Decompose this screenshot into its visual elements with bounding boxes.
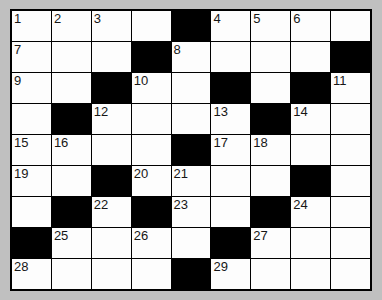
- clue-number-15: 15: [14, 135, 28, 150]
- white-cell-r1c1[interactable]: 1: [12, 11, 51, 41]
- clue-number-29: 29: [213, 259, 227, 274]
- white-cell-r6c9[interactable]: [331, 166, 370, 196]
- clue-number-18: 18: [253, 135, 267, 150]
- black-cell-r6c8: [291, 166, 330, 196]
- white-cell-r3c2[interactable]: [52, 73, 91, 103]
- clue-number-27: 27: [253, 228, 267, 243]
- clue-number-10: 10: [134, 73, 148, 88]
- white-cell-r8c7[interactable]: 27: [251, 228, 290, 258]
- white-cell-r4c6[interactable]: 13: [211, 104, 250, 134]
- white-cell-r5c2[interactable]: 16: [52, 135, 91, 165]
- white-cell-r2c3[interactable]: [92, 42, 131, 72]
- white-cell-r5c9[interactable]: [331, 135, 370, 165]
- clue-number-9: 9: [14, 73, 21, 88]
- clue-number-16: 16: [54, 135, 68, 150]
- white-cell-r6c6[interactable]: [211, 166, 250, 196]
- white-cell-r5c7[interactable]: 18: [251, 135, 290, 165]
- white-cell-r4c4[interactable]: [132, 104, 171, 134]
- clue-number-23: 23: [174, 197, 188, 212]
- black-cell-r8c6: [211, 228, 250, 258]
- white-cell-r1c7[interactable]: 5: [251, 11, 290, 41]
- white-cell-r9c4[interactable]: [132, 259, 171, 289]
- white-cell-r1c8[interactable]: 6: [291, 11, 330, 41]
- black-cell-r7c7: [251, 197, 290, 227]
- clue-number-4: 4: [213, 11, 220, 26]
- white-cell-r8c5[interactable]: [172, 228, 211, 258]
- clue-number-14: 14: [293, 104, 307, 119]
- white-cell-r5c8[interactable]: [291, 135, 330, 165]
- white-cell-r2c2[interactable]: [52, 42, 91, 72]
- black-cell-r9c5: [172, 259, 211, 289]
- white-cell-r6c1[interactable]: 19: [12, 166, 51, 196]
- white-cell-r4c9[interactable]: [331, 104, 370, 134]
- white-cell-r2c7[interactable]: [251, 42, 290, 72]
- black-cell-r3c3: [92, 73, 131, 103]
- white-cell-r1c6[interactable]: 4: [211, 11, 250, 41]
- clue-number-6: 6: [293, 11, 300, 26]
- white-cell-r2c1[interactable]: 7: [12, 42, 51, 72]
- white-cell-r8c2[interactable]: 25: [52, 228, 91, 258]
- white-cell-r4c1[interactable]: [12, 104, 51, 134]
- clue-number-20: 20: [134, 166, 148, 181]
- white-cell-r8c9[interactable]: [331, 228, 370, 258]
- clue-number-19: 19: [14, 166, 28, 181]
- clue-number-12: 12: [94, 104, 108, 119]
- clue-number-25: 25: [54, 228, 68, 243]
- black-cell-r8c1: [12, 228, 51, 258]
- crossword-grid: 1234567891011121314151617181920212223242…: [10, 9, 372, 291]
- white-cell-r9c1[interactable]: 28: [12, 259, 51, 289]
- black-cell-r3c6: [211, 73, 250, 103]
- white-cell-r3c9[interactable]: 11: [331, 73, 370, 103]
- white-cell-r9c6[interactable]: 29: [211, 259, 250, 289]
- black-cell-r4c7: [251, 104, 290, 134]
- clue-number-21: 21: [174, 166, 188, 181]
- white-cell-r4c3[interactable]: 12: [92, 104, 131, 134]
- white-cell-r9c3[interactable]: [92, 259, 131, 289]
- black-cell-r4c2: [52, 104, 91, 134]
- black-cell-r2c4: [132, 42, 171, 72]
- clue-number-26: 26: [134, 228, 148, 243]
- white-cell-r9c2[interactable]: [52, 259, 91, 289]
- clue-number-17: 17: [213, 135, 227, 150]
- white-cell-r1c2[interactable]: 2: [52, 11, 91, 41]
- clue-number-28: 28: [14, 259, 28, 274]
- clue-number-3: 3: [94, 11, 101, 26]
- white-cell-r2c6[interactable]: [211, 42, 250, 72]
- white-cell-r7c1[interactable]: [12, 197, 51, 227]
- black-cell-r3c8: [291, 73, 330, 103]
- white-cell-r1c9[interactable]: [331, 11, 370, 41]
- white-cell-r7c9[interactable]: [331, 197, 370, 227]
- white-cell-r3c5[interactable]: [172, 73, 211, 103]
- clue-number-2: 2: [54, 11, 61, 26]
- black-cell-r2c9: [331, 42, 370, 72]
- white-cell-r5c6[interactable]: 17: [211, 135, 250, 165]
- white-cell-r7c8[interactable]: 24: [291, 197, 330, 227]
- white-cell-r2c5[interactable]: 8: [172, 42, 211, 72]
- black-cell-r1c5: [172, 11, 211, 41]
- white-cell-r4c5[interactable]: [172, 104, 211, 134]
- white-cell-r9c8[interactable]: [291, 259, 330, 289]
- white-cell-r1c4[interactable]: [132, 11, 171, 41]
- white-cell-r5c3[interactable]: [92, 135, 131, 165]
- white-cell-r5c4[interactable]: [132, 135, 171, 165]
- clue-number-8: 8: [174, 42, 181, 57]
- white-cell-r1c3[interactable]: 3: [92, 11, 131, 41]
- white-cell-r3c4[interactable]: 10: [132, 73, 171, 103]
- white-cell-r8c4[interactable]: 26: [132, 228, 171, 258]
- black-cell-r5c5: [172, 135, 211, 165]
- clue-number-22: 22: [94, 197, 108, 212]
- white-cell-r6c2[interactable]: [52, 166, 91, 196]
- white-cell-r9c7[interactable]: [251, 259, 290, 289]
- white-cell-r9c9[interactable]: [331, 259, 370, 289]
- white-cell-r7c3[interactable]: 22: [92, 197, 131, 227]
- white-cell-r8c8[interactable]: [291, 228, 330, 258]
- white-cell-r7c6[interactable]: [211, 197, 250, 227]
- white-cell-r6c7[interactable]: [251, 166, 290, 196]
- black-cell-r7c4: [132, 197, 171, 227]
- white-cell-r8c3[interactable]: [92, 228, 131, 258]
- white-cell-r4c8[interactable]: 14: [291, 104, 330, 134]
- white-cell-r3c7[interactable]: [251, 73, 290, 103]
- clue-number-11: 11: [333, 73, 347, 88]
- clue-number-5: 5: [253, 11, 260, 26]
- white-cell-r6c4[interactable]: 20: [132, 166, 171, 196]
- white-cell-r2c8[interactable]: [291, 42, 330, 72]
- white-cell-r5c1[interactable]: 15: [12, 135, 51, 165]
- clue-number-1: 1: [14, 11, 21, 26]
- clue-number-7: 7: [14, 42, 21, 57]
- clue-number-24: 24: [293, 197, 307, 212]
- white-cell-r3c1[interactable]: 9: [12, 73, 51, 103]
- clue-number-13: 13: [213, 104, 227, 119]
- black-cell-r6c3: [92, 166, 131, 196]
- white-cell-r6c5[interactable]: 21: [172, 166, 211, 196]
- white-cell-r7c5[interactable]: 23: [172, 197, 211, 227]
- black-cell-r7c2: [52, 197, 91, 227]
